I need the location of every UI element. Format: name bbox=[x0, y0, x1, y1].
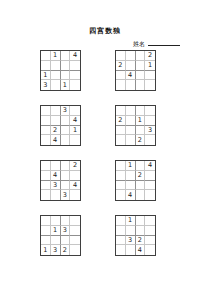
sudoku-6-cell-r1c1 bbox=[116, 161, 126, 171]
sudoku-4-cell-r2c3: 1 bbox=[136, 116, 146, 126]
sudoku-6-cell-r4c1 bbox=[116, 190, 126, 200]
sudoku-5-cell-r4c3: 3 bbox=[61, 190, 71, 200]
sudoku-4-cell-r2c2 bbox=[126, 116, 136, 126]
sudoku-1-cell-r4c4 bbox=[70, 80, 80, 90]
sudoku-2-cell-r1c3 bbox=[136, 51, 146, 61]
sudoku-1-cell-r2c3 bbox=[61, 61, 71, 71]
sudoku-3-cell-r4c3 bbox=[61, 135, 71, 145]
sudoku-4-cell-r4c4 bbox=[145, 135, 155, 145]
sudoku-4-cell-r1c1 bbox=[116, 106, 126, 116]
sudoku-8-cell-r3c1 bbox=[116, 236, 126, 246]
sudoku-8-cell-r2c4 bbox=[145, 226, 155, 236]
sudoku-1-cell-r2c4 bbox=[70, 61, 80, 71]
sudoku-7-cell-r3c1 bbox=[41, 236, 51, 246]
sudoku-5-cell-r4c2 bbox=[51, 190, 61, 200]
sudoku-2-cell-r4c4 bbox=[145, 80, 155, 90]
sudoku-6-cell-r3c1 bbox=[116, 181, 126, 191]
sudoku-6-cell-r4c3 bbox=[136, 190, 146, 200]
sudoku-8-cell-r3c3: 2 bbox=[136, 236, 146, 246]
sudoku-grid-6: 1424 bbox=[115, 160, 156, 201]
sudoku-6-cell-r4c2: 4 bbox=[126, 190, 136, 200]
sudoku-grid-7: 13132 bbox=[40, 215, 81, 256]
sudoku-6-cell-r3c2 bbox=[126, 181, 136, 191]
sudoku-1-cell-r1c3 bbox=[61, 51, 71, 61]
sudoku-3-cell-r2c3 bbox=[61, 116, 71, 126]
sudoku-1-cell-r4c1: 3 bbox=[41, 80, 51, 90]
sudoku-7-cell-r4c1: 1 bbox=[41, 245, 51, 255]
sudoku-7-cell-r2c1 bbox=[41, 226, 51, 236]
sudoku-1-cell-r1c4: 4 bbox=[70, 51, 80, 61]
sudoku-8-cell-r1c2: 1 bbox=[126, 216, 136, 226]
sudoku-1-cell-r2c2 bbox=[51, 61, 61, 71]
sudoku-5-cell-r2c1 bbox=[41, 171, 51, 181]
sudoku-5-cell-r3c1 bbox=[41, 181, 51, 191]
name-blank-line bbox=[148, 40, 180, 46]
sudoku-3-cell-r4c4 bbox=[70, 135, 80, 145]
sudoku-5-cell-r1c3 bbox=[61, 161, 71, 171]
sudoku-5-cell-r3c4: 4 bbox=[70, 181, 80, 191]
sudoku-4-cell-r2c1: 2 bbox=[116, 116, 126, 126]
sudoku-2-cell-r2c2 bbox=[126, 61, 136, 71]
sudoku-2-cell-r2c3 bbox=[136, 61, 146, 71]
sudoku-8-cell-r4c1 bbox=[116, 245, 126, 255]
name-row: 姓名 bbox=[133, 40, 180, 49]
sudoku-1-cell-r3c1: 1 bbox=[41, 71, 51, 81]
sudoku-2-cell-r3c2: 4 bbox=[126, 71, 136, 81]
sudoku-5-cell-r1c4: 2 bbox=[70, 161, 80, 171]
sudoku-8-cell-r1c4 bbox=[145, 216, 155, 226]
sudoku-3-cell-r1c3: 3 bbox=[61, 106, 71, 116]
sudoku-7-cell-r1c1 bbox=[41, 216, 51, 226]
sudoku-5-cell-r3c3 bbox=[61, 181, 71, 191]
sudoku-7-cell-r2c4 bbox=[70, 226, 80, 236]
sudoku-6-cell-r2c3: 2 bbox=[136, 171, 146, 181]
sudoku-8-cell-r4c4 bbox=[145, 245, 155, 255]
sudoku-1-cell-r2c1 bbox=[41, 61, 51, 71]
sudoku-8-cell-r2c2 bbox=[126, 226, 136, 236]
sudoku-1-cell-r3c2 bbox=[51, 71, 61, 81]
sudoku-3-cell-r1c4 bbox=[70, 106, 80, 116]
sudoku-7-cell-r4c4 bbox=[70, 245, 80, 255]
sudoku-1-cell-r4c2 bbox=[51, 80, 61, 90]
sudoku-3-cell-r3c3 bbox=[61, 126, 71, 136]
sudoku-grid-2: 2214 bbox=[115, 50, 156, 91]
sudoku-5-cell-r2c2: 4 bbox=[51, 171, 61, 181]
sudoku-4-cell-r3c3 bbox=[136, 126, 146, 136]
sudoku-6-cell-r4c4 bbox=[145, 190, 155, 200]
sudoku-3-cell-r2c1 bbox=[41, 116, 51, 126]
sudoku-8-cell-r1c3 bbox=[136, 216, 146, 226]
sudoku-4-cell-r3c4: 3 bbox=[145, 126, 155, 136]
sudoku-2-cell-r1c4: 2 bbox=[145, 51, 155, 61]
sudoku-7-cell-r3c3 bbox=[61, 236, 71, 246]
sudoku-8-cell-r4c3: 4 bbox=[136, 245, 146, 255]
sudoku-3-cell-r3c4: 1 bbox=[70, 126, 80, 136]
sudoku-3-cell-r3c2: 2 bbox=[51, 126, 61, 136]
sudoku-6-cell-r3c4 bbox=[145, 181, 155, 191]
sudoku-4-cell-r1c4 bbox=[145, 106, 155, 116]
sudoku-7-cell-r4c3: 2 bbox=[61, 245, 71, 255]
sudoku-2-cell-r3c1 bbox=[116, 71, 126, 81]
sudoku-7-cell-r4c2: 3 bbox=[51, 245, 61, 255]
sudoku-3-cell-r4c2: 4 bbox=[51, 135, 61, 145]
sudoku-7-cell-r2c3: 3 bbox=[61, 226, 71, 236]
sudoku-2-cell-r1c2 bbox=[126, 51, 136, 61]
sudoku-1-cell-r3c3 bbox=[61, 71, 71, 81]
sudoku-2-cell-r2c1: 2 bbox=[116, 61, 126, 71]
sudoku-5-cell-r3c2: 3 bbox=[51, 181, 61, 191]
sudoku-7-cell-r2c2: 1 bbox=[51, 226, 61, 236]
sudoku-5-cell-r2c3 bbox=[61, 171, 71, 181]
sudoku-1-cell-r1c2: 1 bbox=[51, 51, 61, 61]
sudoku-6-cell-r1c4: 4 bbox=[145, 161, 155, 171]
sudoku-8-cell-r1c1 bbox=[116, 216, 126, 226]
sudoku-4-cell-r1c2 bbox=[126, 106, 136, 116]
sudoku-4-cell-r3c2 bbox=[126, 126, 136, 136]
worksheet-page: { "game": "sudoku-4x4", "title": "四宫数独",… bbox=[0, 0, 210, 297]
sudoku-4-cell-r3c1 bbox=[116, 126, 126, 136]
sudoku-4-cell-r4c2 bbox=[126, 135, 136, 145]
sudoku-7-cell-r1c4 bbox=[70, 216, 80, 226]
sudoku-grid-5: 24343 bbox=[40, 160, 81, 201]
sudoku-3-cell-r1c1 bbox=[41, 106, 51, 116]
sudoku-2-cell-r4c2 bbox=[126, 80, 136, 90]
sudoku-grid-8: 1324 bbox=[115, 215, 156, 256]
sudoku-6-cell-r2c1 bbox=[116, 171, 126, 181]
sudoku-grid-3: 34214 bbox=[40, 105, 81, 146]
sudoku-8-cell-r2c3 bbox=[136, 226, 146, 236]
sudoku-2-cell-r1c1 bbox=[116, 51, 126, 61]
sudoku-grid-1: 14131 bbox=[40, 50, 81, 91]
sudoku-7-cell-r3c4 bbox=[70, 236, 80, 246]
sudoku-8-cell-r3c4 bbox=[145, 236, 155, 246]
sudoku-6-cell-r1c2: 1 bbox=[126, 161, 136, 171]
sudoku-2-cell-r3c3 bbox=[136, 71, 146, 81]
sudoku-8-cell-r3c2: 3 bbox=[126, 236, 136, 246]
sudoku-3-cell-r3c1 bbox=[41, 126, 51, 136]
sudoku-6-cell-r2c4 bbox=[145, 171, 155, 181]
sudoku-1-cell-r4c3: 1 bbox=[61, 80, 71, 90]
sudoku-4-cell-r4c3: 2 bbox=[136, 135, 146, 145]
sudoku-grid-4: 2132 bbox=[115, 105, 156, 146]
page-title: 四宫数独 bbox=[0, 26, 210, 36]
sudoku-5-cell-r4c4 bbox=[70, 190, 80, 200]
sudoku-3-cell-r1c2 bbox=[51, 106, 61, 116]
sudoku-2-cell-r3c4 bbox=[145, 71, 155, 81]
sudoku-5-cell-r2c4 bbox=[70, 171, 80, 181]
sudoku-8-cell-r2c1 bbox=[116, 226, 126, 236]
sudoku-6-cell-r3c3 bbox=[136, 181, 146, 191]
sudoku-3-cell-r4c1 bbox=[41, 135, 51, 145]
sudoku-7-cell-r3c2 bbox=[51, 236, 61, 246]
sudoku-5-cell-r1c1 bbox=[41, 161, 51, 171]
sudoku-1-cell-r1c1 bbox=[41, 51, 51, 61]
sudoku-4-cell-r1c3 bbox=[136, 106, 146, 116]
sudoku-5-cell-r1c2 bbox=[51, 161, 61, 171]
sudoku-7-cell-r1c3 bbox=[61, 216, 71, 226]
sudoku-8-cell-r4c2 bbox=[126, 245, 136, 255]
sudoku-4-cell-r4c1 bbox=[116, 135, 126, 145]
sudoku-1-cell-r3c4 bbox=[70, 71, 80, 81]
sudoku-2-cell-r4c3 bbox=[136, 80, 146, 90]
sudoku-7-cell-r1c2 bbox=[51, 216, 61, 226]
sudoku-6-cell-r2c2 bbox=[126, 171, 136, 181]
sudoku-5-cell-r4c1 bbox=[41, 190, 51, 200]
name-label: 姓名 bbox=[133, 40, 145, 47]
sudoku-4-cell-r2c4 bbox=[145, 116, 155, 126]
sudoku-2-cell-r2c4: 1 bbox=[145, 61, 155, 71]
sudoku-3-cell-r2c2 bbox=[51, 116, 61, 126]
sudoku-6-cell-r1c3 bbox=[136, 161, 146, 171]
sudoku-2-cell-r4c1 bbox=[116, 80, 126, 90]
sudoku-3-cell-r2c4: 4 bbox=[70, 116, 80, 126]
